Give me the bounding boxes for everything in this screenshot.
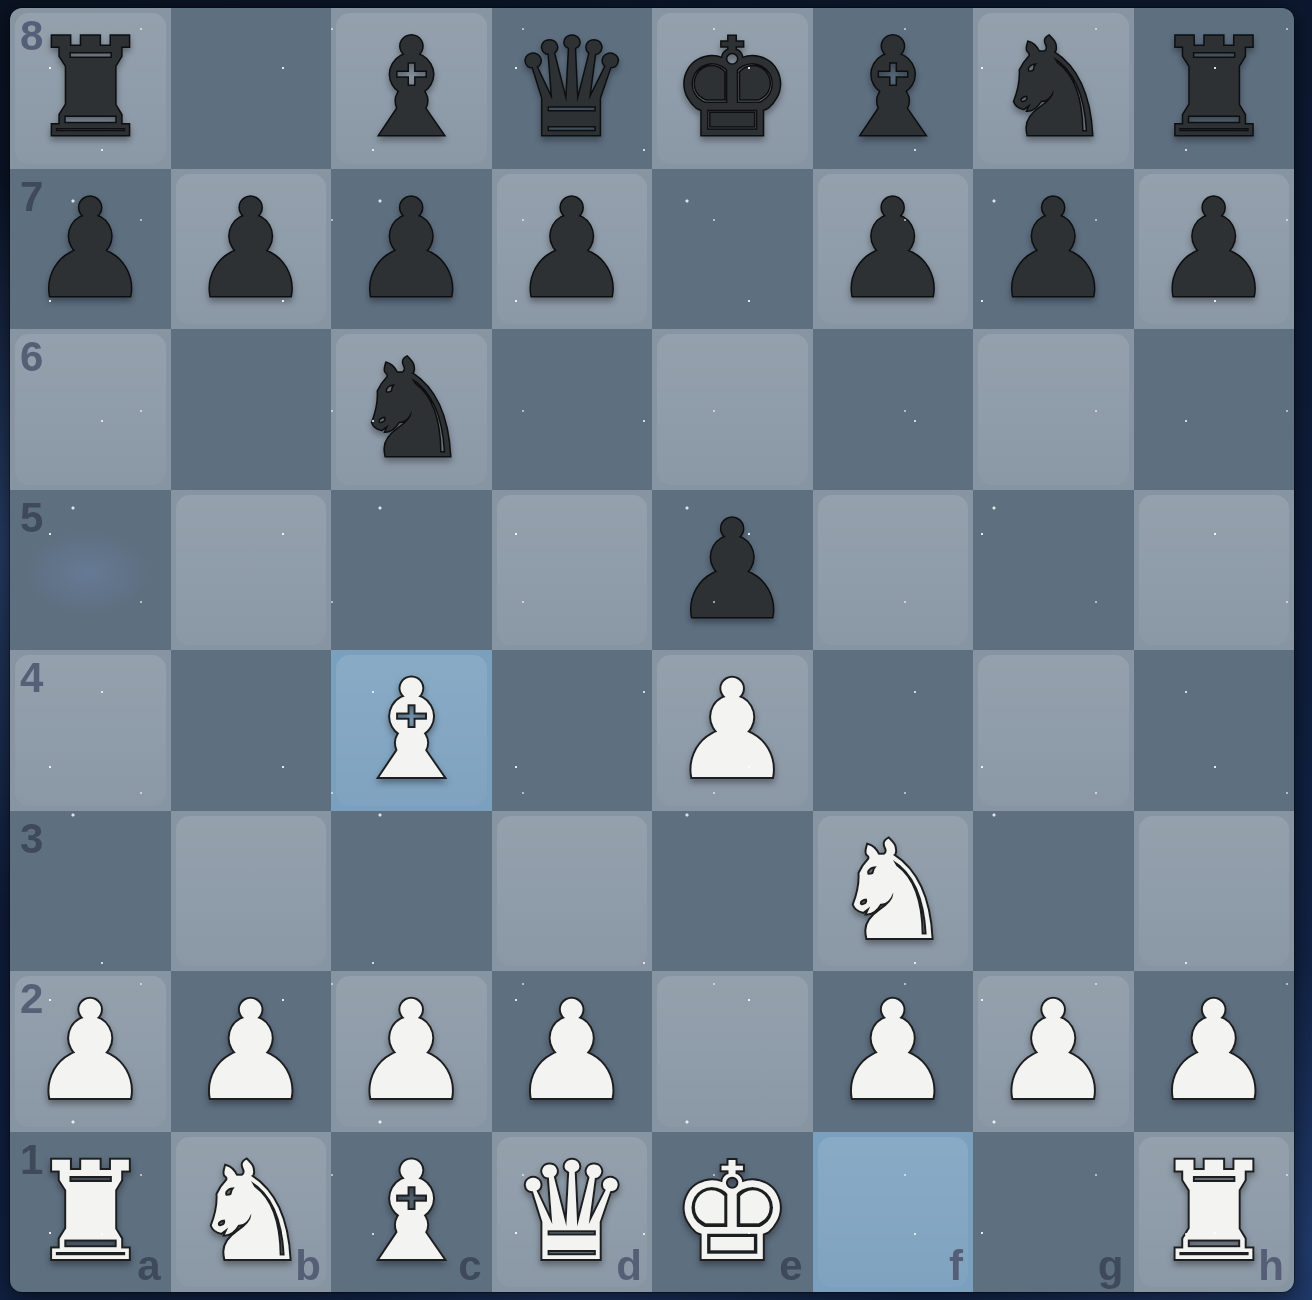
square-b3[interactable] (171, 811, 332, 972)
square-h6[interactable] (1134, 329, 1295, 490)
square-f2[interactable]: ♟ (813, 971, 974, 1132)
square-c1[interactable]: c♝ (331, 1132, 492, 1293)
square-c3[interactable] (331, 811, 492, 972)
black-pawn-icon[interactable]: ♟ (492, 169, 653, 330)
square-e6[interactable] (652, 329, 813, 490)
file-label-h: h (1258, 1242, 1284, 1290)
square-g1[interactable]: g (973, 1132, 1134, 1293)
rank-label-4: 4 (20, 654, 43, 702)
square-g5[interactable] (973, 490, 1134, 651)
square-c6[interactable]: ♞ (331, 329, 492, 490)
chess-board: 8♜♝♛♚♝♞♜7♟♟♟♟♟♟♟6♞5♟4♝♟3♞2♟♟♟♟♟♟♟1a♜b♞c♝… (10, 8, 1294, 1292)
rank-label-5: 5 (20, 494, 43, 542)
white-pawn-icon[interactable]: ♟ (973, 971, 1134, 1132)
square-g8[interactable]: ♞ (973, 8, 1134, 169)
black-knight-icon[interactable]: ♞ (973, 8, 1134, 169)
square-d7[interactable]: ♟ (492, 169, 653, 330)
rank-label-1: 1 (20, 1136, 43, 1184)
white-pawn-icon[interactable]: ♟ (813, 971, 974, 1132)
black-pawn-icon[interactable]: ♟ (973, 169, 1134, 330)
square-d8[interactable]: ♛ (492, 8, 653, 169)
rank-label-7: 7 (20, 173, 43, 221)
square-f8[interactable]: ♝ (813, 8, 974, 169)
square-e1[interactable]: e♚ (652, 1132, 813, 1293)
file-label-f: f (949, 1242, 963, 1290)
square-d2[interactable]: ♟ (492, 971, 653, 1132)
black-queen-icon[interactable]: ♛ (492, 8, 653, 169)
square-b2[interactable]: ♟ (171, 971, 332, 1132)
square-h8[interactable]: ♜ (1134, 8, 1295, 169)
square-f4[interactable] (813, 650, 974, 811)
black-rook-icon[interactable]: ♜ (1134, 8, 1295, 169)
black-bishop-icon[interactable]: ♝ (813, 8, 974, 169)
square-e3[interactable] (652, 811, 813, 972)
white-pawn-icon[interactable]: ♟ (331, 971, 492, 1132)
square-e8[interactable]: ♚ (652, 8, 813, 169)
square-e2[interactable] (652, 971, 813, 1132)
white-pawn-icon[interactable]: ♟ (1134, 971, 1295, 1132)
square-d1[interactable]: d♛ (492, 1132, 653, 1293)
black-king-icon[interactable]: ♚ (652, 8, 813, 169)
square-h3[interactable] (1134, 811, 1295, 972)
square-c7[interactable]: ♟ (331, 169, 492, 330)
square-c4[interactable]: ♝ (331, 650, 492, 811)
rank-label-6: 6 (20, 333, 43, 381)
file-label-d: d (616, 1242, 642, 1290)
square-e4[interactable]: ♟ (652, 650, 813, 811)
square-a4[interactable]: 4 (10, 650, 171, 811)
white-pawn-icon[interactable]: ♟ (171, 971, 332, 1132)
black-pawn-icon[interactable]: ♟ (331, 169, 492, 330)
square-a1[interactable]: 1a♜ (10, 1132, 171, 1293)
square-d3[interactable] (492, 811, 653, 972)
square-f6[interactable] (813, 329, 974, 490)
square-b5[interactable] (171, 490, 332, 651)
black-pawn-icon[interactable]: ♟ (813, 169, 974, 330)
square-c8[interactable]: ♝ (331, 8, 492, 169)
square-a7[interactable]: 7♟ (10, 169, 171, 330)
square-c5[interactable] (331, 490, 492, 651)
white-bishop-icon[interactable]: ♝ (331, 650, 492, 811)
black-pawn-icon[interactable]: ♟ (171, 169, 332, 330)
square-a2[interactable]: 2♟ (10, 971, 171, 1132)
square-g6[interactable] (973, 329, 1134, 490)
square-h1[interactable]: h♜ (1134, 1132, 1295, 1293)
square-f3[interactable]: ♞ (813, 811, 974, 972)
square-a3[interactable]: 3 (10, 811, 171, 972)
rank-label-3: 3 (20, 815, 43, 863)
square-d4[interactable] (492, 650, 653, 811)
white-knight-icon[interactable]: ♞ (813, 811, 974, 972)
square-d5[interactable] (492, 490, 653, 651)
square-d6[interactable] (492, 329, 653, 490)
square-b4[interactable] (171, 650, 332, 811)
file-label-a: a (137, 1242, 160, 1290)
square-b6[interactable] (171, 329, 332, 490)
black-bishop-icon[interactable]: ♝ (331, 8, 492, 169)
square-e7[interactable] (652, 169, 813, 330)
square-g7[interactable]: ♟ (973, 169, 1134, 330)
square-e5[interactable]: ♟ (652, 490, 813, 651)
square-g4[interactable] (973, 650, 1134, 811)
square-h4[interactable] (1134, 650, 1295, 811)
square-f5[interactable] (813, 490, 974, 651)
square-b8[interactable] (171, 8, 332, 169)
file-label-b: b (295, 1242, 321, 1290)
square-a5[interactable]: 5 (10, 490, 171, 651)
rank-label-8: 8 (20, 12, 43, 60)
rank-label-2: 2 (20, 975, 43, 1023)
square-f1[interactable]: f (813, 1132, 974, 1293)
square-g2[interactable]: ♟ (973, 971, 1134, 1132)
black-pawn-icon[interactable]: ♟ (652, 490, 813, 651)
square-a6[interactable]: 6 (10, 329, 171, 490)
file-label-e: e (779, 1242, 802, 1290)
square-h2[interactable]: ♟ (1134, 971, 1295, 1132)
file-label-g: g (1098, 1242, 1124, 1290)
black-pawn-icon[interactable]: ♟ (1134, 169, 1295, 330)
square-f7[interactable]: ♟ (813, 169, 974, 330)
white-pawn-icon[interactable]: ♟ (492, 971, 653, 1132)
square-h5[interactable] (1134, 490, 1295, 651)
square-h7[interactable]: ♟ (1134, 169, 1295, 330)
square-b1[interactable]: b♞ (171, 1132, 332, 1293)
square-b7[interactable]: ♟ (171, 169, 332, 330)
square-g3[interactable] (973, 811, 1134, 972)
file-label-c: c (458, 1242, 481, 1290)
white-pawn-icon[interactable]: ♟ (652, 650, 813, 811)
square-c2[interactable]: ♟ (331, 971, 492, 1132)
black-knight-icon[interactable]: ♞ (331, 329, 492, 490)
square-a8[interactable]: 8♜ (10, 8, 171, 169)
